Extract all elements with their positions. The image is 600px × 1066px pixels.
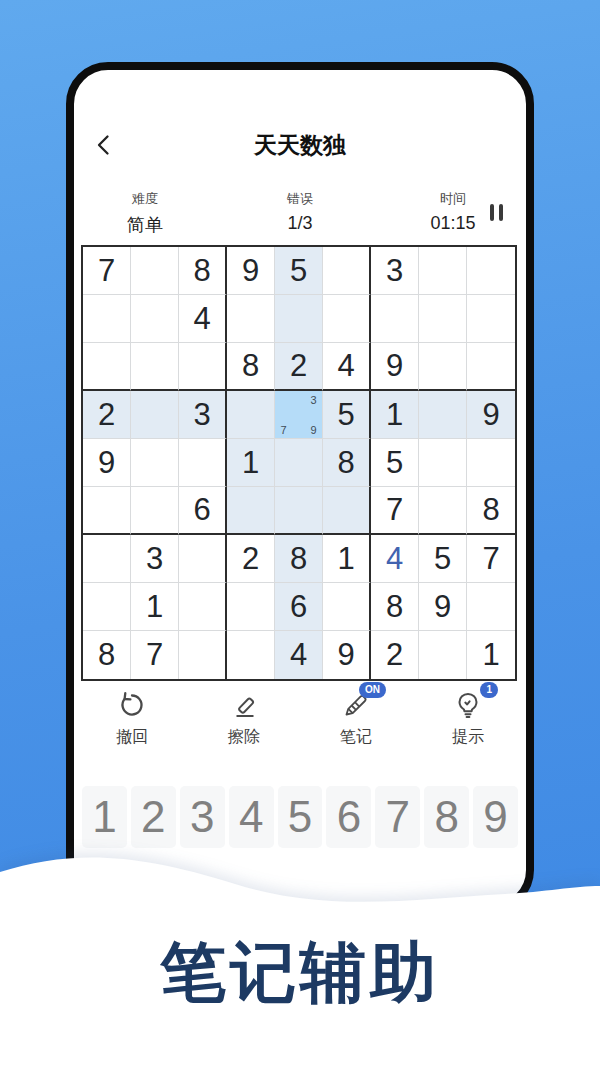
- sudoku-cell[interactable]: [419, 391, 467, 439]
- sudoku-cell[interactable]: [323, 583, 371, 631]
- sudoku-cell[interactable]: [467, 247, 515, 295]
- sudoku-cell[interactable]: [179, 439, 227, 487]
- sudoku-cell[interactable]: 2: [83, 391, 131, 439]
- toolbar-notes-button[interactable]: ON笔记: [312, 690, 400, 762]
- sudoku-cell[interactable]: 6: [179, 487, 227, 535]
- sudoku-cell[interactable]: [419, 487, 467, 535]
- sudoku-cell[interactable]: 8: [179, 247, 227, 295]
- sudoku-cell[interactable]: 1: [371, 391, 419, 439]
- mistakes-stat: 错误 1/3: [255, 190, 345, 234]
- sudoku-cell[interactable]: 5: [323, 391, 371, 439]
- sudoku-cell[interactable]: [419, 343, 467, 391]
- sudoku-cell[interactable]: [179, 631, 227, 679]
- toolbar-undo-label: 撤回: [116, 727, 148, 748]
- sudoku-cell[interactable]: 8: [467, 487, 515, 535]
- sudoku-cell[interactable]: [179, 583, 227, 631]
- sudoku-cell[interactable]: [227, 487, 275, 535]
- app-screen: 天天数独 难度 简单 错误 1/3 时间 01:15 7895348249233…: [74, 70, 526, 904]
- sudoku-cell[interactable]: 8: [371, 583, 419, 631]
- pencil-notes: 379: [276, 392, 321, 437]
- sudoku-cell[interactable]: 9: [371, 343, 419, 391]
- difficulty-stat: 难度 简单: [100, 190, 190, 237]
- time-label: 时间: [408, 190, 498, 208]
- toolbar-undo-button[interactable]: 撤回: [88, 690, 176, 762]
- sudoku-cell[interactable]: [467, 295, 515, 343]
- sudoku-cell[interactable]: 7: [467, 535, 515, 583]
- sudoku-cell[interactable]: 4: [179, 295, 227, 343]
- sudoku-cell[interactable]: [83, 295, 131, 343]
- sudoku-cell[interactable]: [323, 247, 371, 295]
- sudoku-cell[interactable]: 4: [275, 631, 323, 679]
- sudoku-cell[interactable]: 2: [371, 631, 419, 679]
- eraser-icon: [229, 690, 259, 720]
- promo-background: 天天数独 难度 简单 错误 1/3 时间 01:15 7895348249233…: [0, 0, 600, 1066]
- mistakes-value: 1/3: [255, 213, 345, 234]
- sudoku-cell[interactable]: [419, 247, 467, 295]
- sudoku-cell[interactable]: 2: [275, 343, 323, 391]
- app-header: 天天数独: [74, 128, 526, 162]
- sudoku-cell[interactable]: 1: [227, 439, 275, 487]
- sudoku-cell[interactable]: [227, 631, 275, 679]
- sudoku-cell[interactable]: 5: [371, 439, 419, 487]
- sudoku-cell[interactable]: [467, 343, 515, 391]
- sudoku-cell[interactable]: [131, 487, 179, 535]
- sudoku-cell[interactable]: [131, 343, 179, 391]
- sudoku-cell[interactable]: [131, 247, 179, 295]
- pause-button[interactable]: [490, 204, 508, 222]
- sudoku-cell[interactable]: [83, 583, 131, 631]
- sudoku-cell[interactable]: [371, 295, 419, 343]
- sudoku-cell[interactable]: [419, 631, 467, 679]
- sudoku-cell[interactable]: 9: [323, 631, 371, 679]
- sudoku-cell[interactable]: 9: [83, 439, 131, 487]
- sudoku-cell[interactable]: [227, 583, 275, 631]
- sudoku-cell[interactable]: [467, 583, 515, 631]
- sudoku-cell[interactable]: 3: [371, 247, 419, 295]
- toolbar: 撤回擦除ON笔记1提示: [88, 690, 512, 762]
- sudoku-cell[interactable]: 5: [419, 535, 467, 583]
- sudoku-cell[interactable]: 1: [467, 631, 515, 679]
- toolbar-erase-button[interactable]: 擦除: [200, 690, 288, 762]
- sudoku-cell[interactable]: [83, 487, 131, 535]
- promo-caption: 笔记辅助: [0, 928, 600, 1018]
- sudoku-cell[interactable]: 4: [323, 343, 371, 391]
- sudoku-cell[interactable]: 4: [371, 535, 419, 583]
- sudoku-cell[interactable]: [179, 535, 227, 583]
- sudoku-cell[interactable]: [419, 439, 467, 487]
- sudoku-cell[interactable]: [179, 343, 227, 391]
- sudoku-cell[interactable]: [131, 391, 179, 439]
- sudoku-cell[interactable]: 6: [275, 583, 323, 631]
- pause-icon: [490, 204, 494, 221]
- sudoku-cell[interactable]: [131, 295, 179, 343]
- sudoku-cell[interactable]: [467, 439, 515, 487]
- sudoku-cell[interactable]: 9: [419, 583, 467, 631]
- mistakes-label: 错误: [255, 190, 345, 208]
- sudoku-cell[interactable]: [323, 295, 371, 343]
- page-title: 天天数独: [74, 128, 526, 162]
- sudoku-cell[interactable]: 7: [83, 247, 131, 295]
- difficulty-label: 难度: [100, 190, 190, 208]
- sudoku-cell[interactable]: 8: [323, 439, 371, 487]
- sudoku-cell[interactable]: [275, 295, 323, 343]
- sudoku-cell[interactable]: [83, 343, 131, 391]
- sudoku-cell[interactable]: 3: [131, 535, 179, 583]
- sudoku-cell[interactable]: [275, 439, 323, 487]
- sudoku-cell[interactable]: [275, 487, 323, 535]
- time-value: 01:15: [408, 213, 498, 234]
- sudoku-cell[interactable]: 8: [275, 535, 323, 583]
- sudoku-cell[interactable]: 2: [227, 535, 275, 583]
- sudoku-cell[interactable]: 1: [131, 583, 179, 631]
- sudoku-cell[interactable]: 3: [179, 391, 227, 439]
- bulb-icon: [453, 690, 483, 720]
- toolbar-erase-label: 擦除: [228, 727, 260, 748]
- sudoku-cell[interactable]: [419, 295, 467, 343]
- sudoku-cell[interactable]: 8: [83, 631, 131, 679]
- toolbar-notes-badge: ON: [359, 682, 386, 698]
- sudoku-cell[interactable]: 7: [371, 487, 419, 535]
- sudoku-cell[interactable]: 9: [227, 247, 275, 295]
- phone-mockup: 天天数独 难度 简单 错误 1/3 时间 01:15 7895348249233…: [66, 62, 534, 912]
- toolbar-hint-label: 提示: [452, 727, 484, 748]
- undo-icon: [117, 690, 147, 720]
- toolbar-notes-label: 笔记: [340, 727, 372, 748]
- sudoku-cell[interactable]: 7: [131, 631, 179, 679]
- toolbar-hint-badge: 1: [480, 682, 498, 698]
- toolbar-hint-button[interactable]: 1提示: [424, 690, 512, 762]
- sudoku-cell[interactable]: [323, 487, 371, 535]
- sudoku-cell[interactable]: 5: [275, 247, 323, 295]
- sudoku-board: 7895348249233795199185678328145716898749…: [81, 245, 517, 681]
- sudoku-cell[interactable]: 379: [275, 391, 323, 439]
- pause-icon: [499, 204, 503, 221]
- sudoku-cell[interactable]: [227, 391, 275, 439]
- sudoku-cell[interactable]: 1: [323, 535, 371, 583]
- sudoku-cell[interactable]: [227, 295, 275, 343]
- difficulty-value: 简单: [100, 213, 190, 237]
- sudoku-cell[interactable]: 9: [467, 391, 515, 439]
- sudoku-cell[interactable]: [83, 535, 131, 583]
- sudoku-cell[interactable]: 8: [227, 343, 275, 391]
- sudoku-cell[interactable]: [131, 439, 179, 487]
- time-stat: 时间 01:15: [408, 190, 498, 234]
